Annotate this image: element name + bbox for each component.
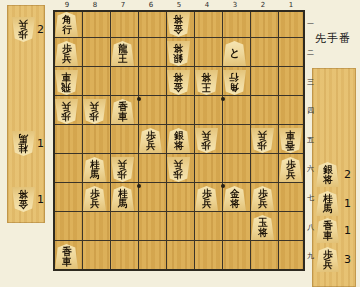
piece-kanji: 車 xyxy=(286,131,296,141)
piece-kanji: 馬 xyxy=(90,170,100,180)
piece-kanji: 歩 xyxy=(174,170,184,180)
file-label-1: 1 xyxy=(277,1,305,9)
file-label-6: 6 xyxy=(137,1,165,9)
board-piece-47[interactable]: 歩兵 xyxy=(195,186,218,211)
gote-hand-count: 1 xyxy=(37,194,44,206)
board-piece-92[interactable]: 歩兵 xyxy=(55,41,78,66)
piece-kanji: 兵 xyxy=(202,199,212,209)
piece-kanji: 将 xyxy=(174,44,184,54)
piece-kanji: 行 xyxy=(230,73,240,83)
board-piece-33[interactable]: 角行 xyxy=(223,70,246,95)
piece-kanji: 将 xyxy=(323,175,333,185)
rank-label-5: 五 xyxy=(306,136,315,145)
board-piece-55[interactable]: 銀将 xyxy=(167,128,190,153)
rank-label-7: 七 xyxy=(306,194,315,203)
board-piece-84[interactable]: 歩兵 xyxy=(83,99,106,124)
board-piece-53[interactable]: 金将 xyxy=(167,70,190,95)
piece-kanji: 馬 xyxy=(323,204,333,214)
board-piece-51[interactable]: 金将 xyxy=(167,12,190,37)
piece-kanji: 兵 xyxy=(323,260,333,270)
piece-kanji: 車 xyxy=(323,231,333,241)
piece-kanji: 金 xyxy=(174,83,184,93)
sente-hand-piece-0[interactable]: 銀将 xyxy=(316,162,339,187)
hoshi-dot xyxy=(221,97,225,101)
piece-kanji: 兵 xyxy=(258,131,268,141)
board-piece-87[interactable]: 歩兵 xyxy=(83,186,106,211)
board-piece-76[interactable]: 歩兵 xyxy=(111,157,134,182)
piece-kanji: 車 xyxy=(62,73,72,83)
piece-kanji: 金 xyxy=(174,25,184,35)
piece-kanji: 歩 xyxy=(62,112,72,122)
piece-kanji: 歩 xyxy=(118,170,128,180)
sente-hand-count: 1 xyxy=(344,225,351,237)
piece-kanji: 将 xyxy=(174,73,184,83)
piece-kanji: 将 xyxy=(174,141,184,151)
board-piece-86[interactable]: 桂馬 xyxy=(83,157,106,182)
gote-hand-piece-2[interactable]: 金将 xyxy=(12,187,35,212)
file-label-7: 7 xyxy=(109,1,137,9)
board-piece-16[interactable]: 歩兵 xyxy=(279,157,302,182)
shogi-app: { "game": "shogi", "position": { "sfen":… xyxy=(0,0,360,287)
board-piece-15[interactable]: 香車 xyxy=(279,128,302,153)
piece-kanji: 兵 xyxy=(118,160,128,170)
piece-kanji: 兵 xyxy=(174,160,184,170)
piece-kanji: 馬 xyxy=(19,134,29,144)
rank-label-8: 八 xyxy=(306,223,315,232)
piece-kanji: 車 xyxy=(118,112,128,122)
file-label-9: 9 xyxy=(53,1,81,9)
file-label-4: 4 xyxy=(193,1,221,9)
gote-hand-piece-1[interactable]: 桂馬 xyxy=(12,131,35,156)
piece-kanji: 歩 xyxy=(258,141,268,151)
board-piece-72[interactable]: 龍王 xyxy=(111,41,134,66)
board-piece-94[interactable]: 歩兵 xyxy=(55,99,78,124)
hoshi-dot xyxy=(137,97,141,101)
board-piece-93[interactable]: 飛車 xyxy=(55,70,78,95)
piece-kanji: 将 xyxy=(174,15,184,25)
board-piece-56[interactable]: 歩兵 xyxy=(167,157,190,182)
piece-kanji: 馬 xyxy=(118,199,128,209)
rank-label-9: 九 xyxy=(306,252,315,261)
gote-hand-piece-0[interactable]: 歩兵 xyxy=(12,17,35,42)
piece-kanji: 兵 xyxy=(62,102,72,112)
board-piece-37[interactable]: 金将 xyxy=(223,186,246,211)
piece-kanji: 将 xyxy=(230,199,240,209)
sente-hand-piece-3[interactable]: 歩兵 xyxy=(316,247,339,272)
board-piece-32[interactable]: と xyxy=(223,41,246,66)
board-piece-91[interactable]: 角行 xyxy=(55,12,78,37)
piece-kanji: 兵 xyxy=(90,199,100,209)
piece-kanji: 飛 xyxy=(62,83,72,93)
sente-hand-piece-1[interactable]: 桂馬 xyxy=(316,191,339,216)
board-piece-52[interactable]: 銀将 xyxy=(167,41,190,66)
piece-kanji: 歩 xyxy=(19,30,29,40)
piece-kanji: 香 xyxy=(286,141,296,151)
hoshi-dot xyxy=(221,184,225,188)
file-label-2: 2 xyxy=(249,1,277,9)
piece-kanji: 将 xyxy=(202,73,212,83)
board-piece-99[interactable]: 香車 xyxy=(55,244,78,269)
piece-kanji: 兵 xyxy=(90,102,100,112)
board-piece-25[interactable]: 歩兵 xyxy=(251,128,274,153)
piece-kanji: 兵 xyxy=(19,20,29,30)
board-piece-28[interactable]: 玉将 xyxy=(251,215,274,240)
piece-kanji: 王 xyxy=(202,83,212,93)
sente-hand-count: 2 xyxy=(344,169,351,181)
hoshi-dot xyxy=(137,184,141,188)
board-piece-74[interactable]: 香車 xyxy=(111,99,134,124)
piece-kanji: 桂 xyxy=(19,144,29,154)
piece-kanji: 将 xyxy=(258,228,268,238)
rank-label-1: 一 xyxy=(306,20,315,29)
piece-kanji: 銀 xyxy=(174,54,184,64)
board-piece-43[interactable]: 王将 xyxy=(195,70,218,95)
piece-kanji: 歩 xyxy=(202,141,212,151)
piece-kanji: 車 xyxy=(62,257,72,267)
board-piece-27[interactable]: 歩兵 xyxy=(251,186,274,211)
piece-kanji: 行 xyxy=(62,25,72,35)
piece-kanji: 歩 xyxy=(90,112,100,122)
rank-label-4: 四 xyxy=(306,107,315,116)
rank-label-6: 六 xyxy=(306,165,315,174)
piece-kanji: 金 xyxy=(19,200,29,210)
piece-kanji: 兵 xyxy=(202,131,212,141)
file-label-3: 3 xyxy=(221,1,249,9)
file-label-5: 5 xyxy=(165,1,193,9)
piece-kanji: 兵 xyxy=(286,170,296,180)
rank-label-3: 三 xyxy=(306,78,315,87)
board-piece-77[interactable]: 桂馬 xyxy=(111,186,134,211)
board-piece-65[interactable]: 歩兵 xyxy=(139,128,162,153)
gote-hand-count: 2 xyxy=(37,24,44,36)
gote-hand-count: 1 xyxy=(37,138,44,150)
side-to-move-label: 先手番 xyxy=(315,31,359,46)
sente-hand-count: 3 xyxy=(344,254,351,266)
piece-kanji: 王 xyxy=(118,54,128,64)
piece-kanji: 兵 xyxy=(258,199,268,209)
piece-kanji: と xyxy=(229,48,240,60)
rank-label-2: 二 xyxy=(306,49,315,58)
piece-kanji: 兵 xyxy=(146,141,156,151)
sente-hand-piece-2[interactable]: 香車 xyxy=(316,218,339,243)
piece-kanji: 将 xyxy=(19,190,29,200)
piece-kanji: 角 xyxy=(230,83,240,93)
file-label-8: 8 xyxy=(81,1,109,9)
piece-kanji: 兵 xyxy=(62,54,72,64)
sente-hand-count: 1 xyxy=(344,198,351,210)
board-piece-45[interactable]: 歩兵 xyxy=(195,128,218,153)
